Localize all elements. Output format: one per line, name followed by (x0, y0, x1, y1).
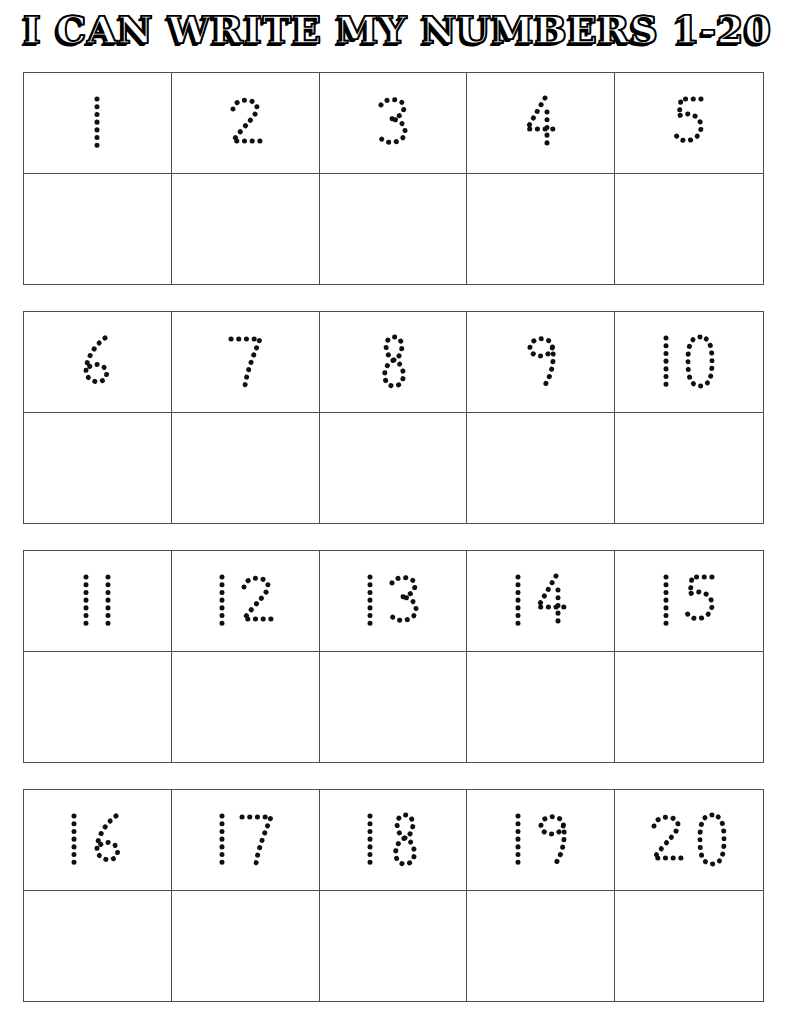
dotted-digit-5 (669, 94, 709, 152)
practice-cell (320, 413, 468, 523)
dotted-digit-7 (225, 333, 265, 391)
practice-cell (467, 891, 615, 1001)
dotted-digit-1 (510, 572, 526, 630)
number-block-6-10 (23, 311, 764, 524)
trace-cell-20 (615, 790, 763, 891)
trace-cell-7 (172, 312, 320, 413)
dotted-digit-9 (532, 811, 572, 869)
worksheet (23, 72, 764, 1002)
dotted-digit-2 (225, 94, 265, 152)
dotted-digit-3 (373, 94, 413, 152)
practice-cell (172, 174, 320, 284)
dotted-digit-9 (521, 333, 561, 391)
trace-cell-13 (320, 551, 468, 652)
practice-cell (172, 413, 320, 523)
dotted-digit-1 (510, 811, 526, 869)
worksheet-page: I CAN WRITE MY NUMBERS 1-20 (0, 0, 787, 1024)
dotted-digit-1 (78, 572, 94, 630)
dotted-digit-1 (362, 811, 378, 869)
dotted-digit-7 (236, 811, 276, 869)
dotted-digit-1 (66, 811, 82, 869)
practice-cell (172, 652, 320, 762)
dotted-digit-1 (658, 333, 674, 391)
dotted-digit-4 (532, 572, 572, 630)
practice-cell (467, 652, 615, 762)
trace-cell-19 (467, 790, 615, 891)
practice-cell (320, 652, 468, 762)
dotted-digit-1 (100, 572, 116, 630)
trace-cell-12 (172, 551, 320, 652)
number-block-1-5 (23, 72, 764, 285)
practice-cell (24, 891, 172, 1001)
practice-cell (24, 652, 172, 762)
trace-cell-1 (24, 73, 172, 174)
trace-cell-6 (24, 312, 172, 413)
practice-cell (615, 413, 763, 523)
number-block-16-20 (23, 789, 764, 1002)
trace-cell-15 (615, 551, 763, 652)
trace-cell-10 (615, 312, 763, 413)
practice-cell (615, 891, 763, 1001)
practice-cell (320, 891, 468, 1001)
practice-cell (320, 174, 468, 284)
dotted-digit-2 (236, 572, 276, 630)
trace-cell-11 (24, 551, 172, 652)
trace-cell-8 (320, 312, 468, 413)
practice-cell (615, 174, 763, 284)
trace-cell-16 (24, 790, 172, 891)
page-title: I CAN WRITE MY NUMBERS 1-20 (23, 9, 764, 51)
practice-cell (24, 174, 172, 284)
dotted-digit-1 (214, 572, 230, 630)
dotted-digit-6 (77, 333, 117, 391)
number-block-11-15 (23, 550, 764, 763)
dotted-digit-3 (384, 572, 424, 630)
dotted-digit-4 (521, 94, 561, 152)
trace-cell-3 (320, 73, 468, 174)
trace-cell-18 (320, 790, 468, 891)
trace-cell-17 (172, 790, 320, 891)
dotted-digit-0 (680, 333, 720, 391)
trace-cell-14 (467, 551, 615, 652)
dotted-digit-2 (646, 811, 686, 869)
trace-cell-5 (615, 73, 763, 174)
dotted-digit-0 (692, 811, 732, 869)
practice-cell (467, 413, 615, 523)
dotted-digit-8 (384, 811, 424, 869)
dotted-digit-8 (373, 333, 413, 391)
dotted-digit-5 (680, 572, 720, 630)
dotted-digit-6 (88, 811, 128, 869)
practice-cell (615, 652, 763, 762)
practice-cell (467, 174, 615, 284)
dotted-digit-1 (658, 572, 674, 630)
dotted-digit-1 (214, 811, 230, 869)
trace-cell-2 (172, 73, 320, 174)
dotted-digit-1 (89, 94, 105, 152)
trace-cell-4 (467, 73, 615, 174)
trace-cell-9 (467, 312, 615, 413)
practice-cell (172, 891, 320, 1001)
practice-cell (24, 413, 172, 523)
dotted-digit-1 (362, 572, 378, 630)
